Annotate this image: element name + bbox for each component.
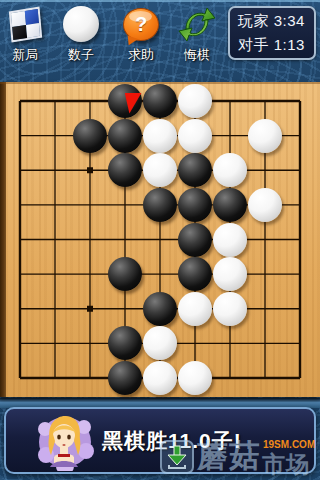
black-stone [178,257,212,291]
black-stone [213,188,247,222]
count-stone-icon [61,4,101,44]
black-stone [108,361,142,395]
white-stone [178,361,212,395]
white-stone [213,257,247,291]
white-stone [143,153,177,187]
black-stone [73,119,107,153]
opponent-clock-label: 对手 [238,36,269,53]
white-stone [248,188,282,222]
white-stone [213,153,247,187]
black-stone [178,223,212,257]
black-stone [178,153,212,187]
status-banner: 黑棋胜11.0子! [4,407,316,474]
new-game-button[interactable]: 新局 [1,4,49,68]
black-stone [143,84,177,118]
result-message: 黑棋胜11.0子! [102,427,242,455]
new-game-label: 新局 [12,46,38,64]
clock-panel: 玩家 3:34 对手 1:13 [228,6,316,60]
board-top-edge [0,82,320,84]
avatar [36,411,94,471]
white-stone [178,119,212,153]
white-stone [213,223,247,257]
black-stone [178,188,212,222]
black-stone [108,257,142,291]
white-stone [143,326,177,360]
white-stone [248,119,282,153]
player-clock: 玩家 3:34 [238,9,314,33]
opponent-clock-time: 1:13 [274,36,305,53]
new-game-cube-icon [5,4,45,44]
white-stone [178,292,212,326]
count-stones-button[interactable]: 数子 [57,4,105,68]
white-stone [143,119,177,153]
white-stone [178,84,212,118]
black-stone [143,188,177,222]
white-stone [143,361,177,395]
help-button[interactable]: ? 求助 [117,4,165,68]
help-label: 求助 [128,46,154,64]
undo-arrows-icon [177,4,217,44]
opponent-clock: 对手 1:13 [238,33,314,57]
last-move-marker [125,93,142,114]
go-board[interactable] [0,82,320,397]
player-clock-label: 玩家 [238,12,269,29]
app-screen: 新局 数子 ? 求助 [0,0,320,480]
black-stone [108,153,142,187]
white-stone [213,292,247,326]
player-clock-time: 3:34 [274,12,305,29]
count-stones-label: 数子 [68,46,94,64]
black-stone [108,326,142,360]
intersections-grid[interactable] [3,84,318,396]
black-stone [108,119,142,153]
undo-label: 悔棋 [184,46,210,64]
black-stone [108,84,142,118]
board-left-edge [0,82,6,397]
toolbar: 新局 数子 ? 求助 [0,0,320,70]
undo-button[interactable]: 悔棋 [173,4,221,68]
black-stone [143,292,177,326]
help-question-bubble-icon: ? [121,4,161,44]
